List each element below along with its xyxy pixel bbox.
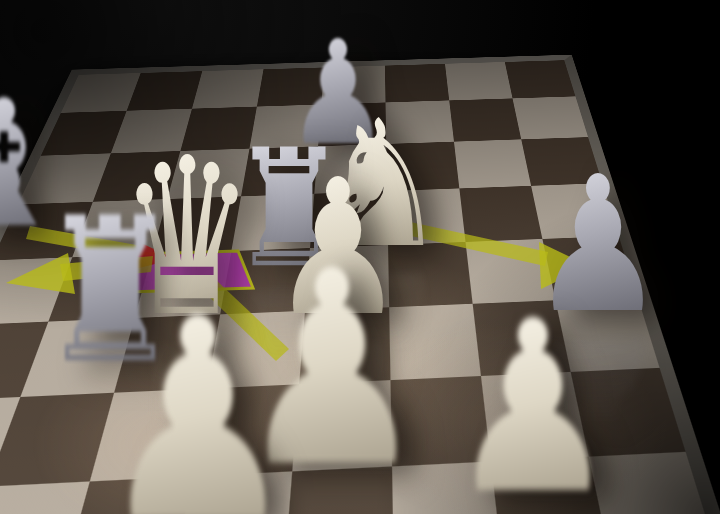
piece-white-pawn-g2[interactable]: ♟ [448,290,618,514]
chess-scene-3d: ♟♝♞♞♜♜♛♛♟♟♟♟♜♟♟♟ [0,0,720,514]
pieces-layer: ♟♝♞♞♜♜♛♛♟♟♟♟♜♟♟♟ [0,0,720,514]
piece-white-pawn-c2[interactable]: ♟ [97,281,299,514]
white-pawn-glyph: ♟ [97,281,299,514]
white-pawn-glyph: ♟ [448,290,618,514]
